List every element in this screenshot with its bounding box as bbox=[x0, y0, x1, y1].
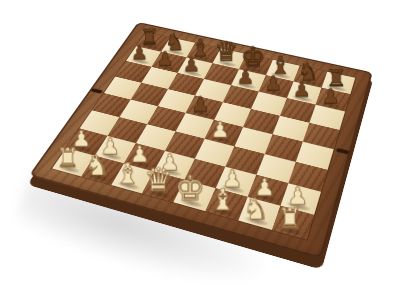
product-photo: ♜♞♝♛♚♝♞♜♟♟♟♟♟♟♟♟♟♟♟♟♟♟♟♟♜♞♝♛♚♝♞♜ bbox=[0, 0, 400, 291]
chess-scene: ♜♞♝♛♚♝♞♜♟♟♟♟♟♟♟♟♟♟♟♟♟♟♟♟♜♞♝♛♚♝♞♜ bbox=[0, 0, 400, 291]
piece-white-knight-b1[interactable]: ♞ bbox=[85, 152, 109, 179]
piece-white-king-e1[interactable]: ♚ bbox=[175, 171, 205, 205]
piece-black-pawn-f7[interactable]: ♟ bbox=[264, 73, 282, 93]
piece-black-pawn-c7[interactable]: ♟ bbox=[183, 55, 201, 75]
piece-white-pawn-e4[interactable]: ♟ bbox=[210, 119, 229, 141]
piece-white-bishop-f1[interactable]: ♝ bbox=[209, 184, 236, 214]
piece-white-knight-g1[interactable]: ♞ bbox=[243, 194, 269, 223]
piece-black-pawn-h7[interactable]: ♟ bbox=[321, 86, 339, 107]
piece-black-pawn-e7[interactable]: ♟ bbox=[236, 67, 254, 87]
square-b4[interactable] bbox=[119, 99, 157, 124]
piece-black-pawn-g7[interactable]: ♟ bbox=[293, 79, 311, 99]
square-h1[interactable]: ♜ bbox=[272, 205, 314, 239]
piece-white-queen-d1[interactable]: ♛ bbox=[144, 163, 173, 195]
piece-black-pawn-d5[interactable]: ♟ bbox=[191, 94, 210, 115]
piece-white-bishop-c1[interactable]: ♝ bbox=[115, 159, 141, 188]
piece-white-rook-h1[interactable]: ♜ bbox=[277, 204, 302, 232]
piece-black-pawn-b7[interactable]: ♟ bbox=[156, 49, 173, 68]
piece-black-queen-d8[interactable]: ♛ bbox=[214, 38, 238, 65]
piece-white-rook-a1[interactable]: ♜ bbox=[56, 145, 79, 171]
piece-black-pawn-a7[interactable]: ♟ bbox=[131, 43, 148, 62]
